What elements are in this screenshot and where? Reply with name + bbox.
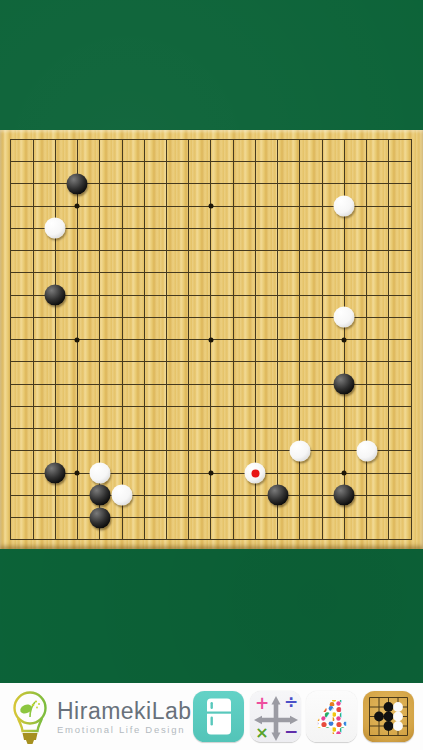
black-stone-E2 bbox=[89, 507, 110, 528]
star-point bbox=[75, 337, 80, 342]
grid-line-horizontal bbox=[11, 539, 412, 540]
app-icon-four[interactable]: 4 bbox=[306, 691, 357, 742]
black-stone-C12 bbox=[45, 285, 66, 306]
black-stone-D17 bbox=[67, 173, 88, 194]
math-cross-arrows-icon: + ÷ × − bbox=[250, 691, 301, 742]
grid-line-vertical bbox=[411, 139, 412, 540]
app-icon-fridge[interactable] bbox=[193, 691, 244, 742]
grid-line-vertical bbox=[388, 139, 389, 540]
svg-text:+: + bbox=[254, 693, 268, 713]
grid-line-vertical bbox=[322, 139, 323, 540]
svg-text:4: 4 bbox=[316, 691, 348, 742]
white-stone-R5 bbox=[356, 440, 377, 461]
grid-line-horizontal bbox=[11, 406, 412, 407]
grid-line-horizontal bbox=[11, 517, 412, 518]
grid-line-vertical bbox=[233, 139, 234, 540]
black-stone-Q3 bbox=[334, 485, 355, 506]
star-point bbox=[75, 471, 80, 476]
white-stone-Q16 bbox=[334, 196, 355, 217]
brand-tagline: Emotional Life Design bbox=[57, 724, 192, 735]
star-point bbox=[208, 204, 213, 209]
star-point bbox=[208, 337, 213, 342]
svg-text:÷: ÷ bbox=[283, 692, 297, 712]
fridge-icon bbox=[193, 691, 244, 742]
grid-line-vertical bbox=[299, 139, 300, 540]
black-stone-N3 bbox=[267, 485, 288, 506]
black-stone-C4 bbox=[45, 463, 66, 484]
brand-name: HiramekiLab bbox=[57, 699, 192, 723]
white-stone-O5 bbox=[289, 440, 310, 461]
app-icon-row: + ÷ × − bbox=[193, 691, 414, 742]
footer-bar: HiramekiLab Emotional Life Design bbox=[0, 683, 423, 750]
star-point bbox=[75, 204, 80, 209]
go-board[interactable] bbox=[0, 130, 423, 549]
white-stone-Q11 bbox=[334, 307, 355, 328]
app-icon-math[interactable]: + ÷ × − bbox=[250, 691, 301, 742]
grid-line-horizontal bbox=[11, 450, 412, 451]
white-stone-C15 bbox=[45, 218, 66, 239]
white-stone-M4 bbox=[245, 463, 266, 484]
mosaic-four-icon: 4 bbox=[306, 691, 357, 742]
last-move-marker bbox=[251, 469, 259, 477]
app-icon-go[interactable] bbox=[363, 691, 414, 742]
lightbulb-logo-icon bbox=[9, 688, 53, 746]
white-stone-E4 bbox=[89, 463, 110, 484]
grid-line-horizontal bbox=[11, 428, 412, 429]
star-point bbox=[342, 471, 347, 476]
star-point bbox=[208, 471, 213, 476]
black-stone-E3 bbox=[89, 485, 110, 506]
black-stone-Q8 bbox=[334, 374, 355, 395]
go-board-icon bbox=[363, 691, 414, 742]
app-screenshot: HiramekiLab Emotional Life Design bbox=[0, 0, 423, 750]
grid-line-vertical bbox=[366, 139, 367, 540]
svg-text:×: × bbox=[255, 723, 268, 742]
white-stone-F3 bbox=[111, 485, 132, 506]
grid-line-vertical bbox=[277, 139, 278, 540]
star-point bbox=[342, 337, 347, 342]
hiramekilab-logo-block[interactable]: HiramekiLab Emotional Life Design bbox=[9, 688, 192, 746]
svg-text:−: − bbox=[283, 721, 297, 741]
grid-line-horizontal bbox=[11, 361, 412, 362]
